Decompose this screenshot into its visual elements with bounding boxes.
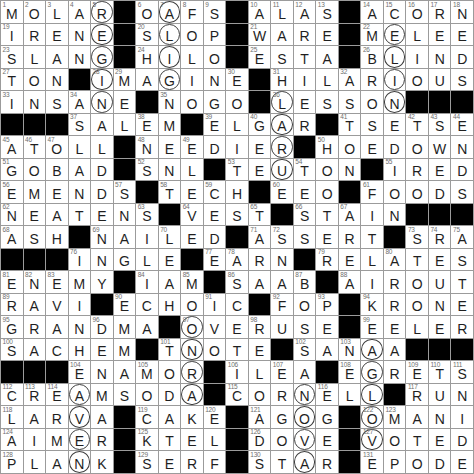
grid-cell[interactable]: H xyxy=(69,339,91,361)
grid-cell[interactable]: T xyxy=(316,204,338,226)
grid-cell[interactable]: O xyxy=(181,91,203,113)
grid-cell[interactable]: O xyxy=(159,361,181,383)
grid-cell[interactable]: O xyxy=(271,429,293,451)
grid-cell[interactable]: N xyxy=(451,136,473,158)
grid-cell[interactable]: N xyxy=(24,91,46,113)
grid-cell[interactable]: E xyxy=(384,24,406,46)
grid-cell[interactable]: E xyxy=(316,226,338,248)
grid-cell[interactable]: 71A xyxy=(249,226,271,248)
grid-cell[interactable]: N xyxy=(181,339,203,361)
grid-cell[interactable]: K xyxy=(91,451,113,473)
grid-cell[interactable]: V xyxy=(204,316,226,338)
grid-cell[interactable]: G xyxy=(114,249,136,271)
grid-cell[interactable]: E xyxy=(46,181,68,203)
grid-cell[interactable]: E xyxy=(361,136,383,158)
grid-cell[interactable]: A xyxy=(24,406,46,428)
grid-cell[interactable]: A xyxy=(316,46,338,68)
grid-cell[interactable]: E xyxy=(429,249,451,271)
grid-cell[interactable]: 29M xyxy=(114,69,136,91)
grid-cell[interactable]: 16O xyxy=(406,1,428,23)
grid-cell[interactable]: D xyxy=(91,181,113,203)
grid-cell[interactable]: E xyxy=(294,181,316,203)
grid-cell[interactable]: U xyxy=(271,316,293,338)
grid-cell[interactable]: O xyxy=(181,294,203,316)
grid-cell[interactable]: N xyxy=(91,91,113,113)
grid-cell[interactable]: 112C xyxy=(1,384,23,406)
grid-cell[interactable]: R xyxy=(249,249,271,271)
grid-cell[interactable]: R xyxy=(181,361,203,383)
grid-cell[interactable]: G xyxy=(316,406,338,428)
grid-cell[interactable]: O xyxy=(249,384,271,406)
grid-cell[interactable]: M xyxy=(114,316,136,338)
grid-cell[interactable]: L xyxy=(249,361,271,383)
grid-cell[interactable]: 95G xyxy=(1,316,23,338)
grid-cell[interactable]: 57S xyxy=(114,181,136,203)
grid-cell[interactable]: 39E xyxy=(204,114,226,136)
grid-cell[interactable]: E xyxy=(204,204,226,226)
grid-cell[interactable]: 75A xyxy=(451,226,473,248)
grid-cell[interactable]: 41T xyxy=(339,114,361,136)
grid-cell[interactable]: S xyxy=(339,91,361,113)
grid-cell[interactable]: 35N xyxy=(159,91,181,113)
grid-cell[interactable]: 59C xyxy=(204,181,226,203)
grid-cell[interactable]: R xyxy=(294,114,316,136)
grid-cell[interactable]: V xyxy=(294,429,316,451)
grid-cell[interactable]: 107E xyxy=(271,361,293,383)
grid-cell[interactable]: R xyxy=(181,451,203,473)
grid-cell[interactable]: A xyxy=(361,339,383,361)
grid-cell[interactable]: R xyxy=(384,271,406,293)
grid-cell[interactable]: L xyxy=(24,451,46,473)
grid-cell[interactable]: S xyxy=(316,91,338,113)
grid-cell[interactable]: 114E xyxy=(46,384,68,406)
grid-cell[interactable]: D xyxy=(159,384,181,406)
grid-cell[interactable]: 22M xyxy=(361,24,383,46)
grid-cell[interactable]: T xyxy=(226,339,248,361)
grid-cell[interactable]: E xyxy=(451,24,473,46)
grid-cell[interactable]: 30E xyxy=(226,69,248,91)
grid-cell[interactable]: I xyxy=(294,69,316,91)
grid-cell[interactable]: Y xyxy=(91,271,113,293)
grid-cell[interactable]: 51G xyxy=(1,159,23,181)
grid-cell[interactable]: 111S xyxy=(451,361,473,383)
grid-cell[interactable]: N xyxy=(271,249,293,271)
grid-cell[interactable]: O xyxy=(384,429,406,451)
grid-cell[interactable]: 128P xyxy=(1,451,23,473)
grid-cell[interactable]: V xyxy=(69,406,91,428)
grid-cell[interactable]: E xyxy=(249,339,271,361)
grid-cell[interactable]: A xyxy=(181,384,203,406)
grid-cell[interactable]: E xyxy=(181,429,203,451)
grid-cell[interactable]: O xyxy=(204,46,226,68)
grid-cell[interactable]: A xyxy=(46,204,68,226)
grid-cell[interactable]: E xyxy=(316,24,338,46)
grid-cell[interactable]: D xyxy=(384,136,406,158)
grid-cell[interactable]: R xyxy=(339,226,361,248)
grid-cell[interactable]: M xyxy=(159,114,181,136)
grid-cell[interactable]: 113R xyxy=(24,384,46,406)
grid-cell[interactable]: E xyxy=(429,316,451,338)
grid-cell[interactable]: 15C xyxy=(384,1,406,23)
grid-cell[interactable]: C xyxy=(46,339,68,361)
grid-cell[interactable]: R xyxy=(294,24,316,46)
grid-cell[interactable]: S xyxy=(114,384,136,406)
grid-cell[interactable]: 33I xyxy=(1,91,23,113)
grid-cell[interactable]: U xyxy=(429,384,451,406)
grid-cell[interactable]: D xyxy=(204,226,226,248)
grid-cell[interactable]: 76I xyxy=(69,249,91,271)
grid-cell[interactable]: 73S xyxy=(406,226,428,248)
grid-cell[interactable]: L xyxy=(361,384,383,406)
grid-cell[interactable]: 79R xyxy=(316,249,338,271)
grid-cell[interactable]: A xyxy=(91,114,113,136)
grid-cell[interactable]: 62N xyxy=(1,204,23,226)
grid-cell[interactable]: A xyxy=(24,339,46,361)
grid-cell[interactable]: 85M xyxy=(181,271,203,293)
grid-cell[interactable]: 125K xyxy=(136,429,158,451)
grid-cell[interactable]: R xyxy=(271,136,293,158)
grid-cell[interactable]: S xyxy=(46,91,68,113)
grid-cell[interactable]: S xyxy=(451,249,473,271)
grid-cell[interactable]: E xyxy=(91,339,113,361)
grid-cell[interactable]: 32A xyxy=(339,69,361,91)
grid-cell[interactable]: 42T xyxy=(406,114,428,136)
grid-cell[interactable]: U xyxy=(271,159,293,181)
grid-cell[interactable]: 122O xyxy=(361,406,383,428)
grid-cell[interactable]: 115C xyxy=(226,384,248,406)
grid-cell[interactable]: M xyxy=(114,339,136,361)
grid-cell[interactable]: E xyxy=(91,24,113,46)
grid-cell[interactable]: N xyxy=(159,159,181,181)
grid-cell[interactable]: G xyxy=(159,69,181,91)
grid-cell[interactable]: 77E xyxy=(204,249,226,271)
grid-cell[interactable]: 63S xyxy=(136,204,158,226)
grid-cell[interactable]: 93P xyxy=(316,294,338,316)
grid-cell[interactable]: A xyxy=(384,339,406,361)
grid-cell[interactable]: N xyxy=(69,181,91,203)
grid-cell[interactable]: 130S xyxy=(249,451,271,473)
grid-cell[interactable]: T xyxy=(406,249,428,271)
grid-cell[interactable]: 106I xyxy=(226,361,248,383)
grid-cell[interactable]: E xyxy=(249,159,271,181)
grid-cell[interactable]: 43S xyxy=(429,114,451,136)
grid-cell[interactable]: E xyxy=(339,249,361,271)
grid-cell[interactable]: U xyxy=(429,271,451,293)
grid-cell[interactable]: H xyxy=(159,294,181,316)
grid-cell[interactable]: 45A xyxy=(1,136,23,158)
grid-cell[interactable]: I xyxy=(69,294,91,316)
grid-cell[interactable]: L xyxy=(181,46,203,68)
grid-cell[interactable]: 4A xyxy=(69,1,91,23)
grid-cell[interactable]: 119C xyxy=(136,406,158,428)
grid-cell[interactable]: O xyxy=(294,294,316,316)
grid-cell[interactable]: I xyxy=(24,429,46,451)
grid-cell[interactable]: R xyxy=(91,429,113,451)
grid-cell[interactable]: E xyxy=(451,451,473,473)
grid-cell[interactable]: 109E xyxy=(406,361,428,383)
grid-cell[interactable]: O xyxy=(406,136,428,158)
grid-cell[interactable]: L xyxy=(91,136,113,158)
grid-cell[interactable]: L xyxy=(24,46,46,68)
grid-cell[interactable]: L xyxy=(339,384,361,406)
grid-cell[interactable]: 99E xyxy=(361,316,383,338)
grid-cell[interactable]: 2O xyxy=(24,1,46,23)
grid-cell[interactable]: 9S xyxy=(204,1,226,23)
grid-cell[interactable]: L xyxy=(69,136,91,158)
grid-cell[interactable]: I xyxy=(361,204,383,226)
grid-cell[interactable]: I xyxy=(226,136,248,158)
grid-cell[interactable]: 124A xyxy=(1,429,23,451)
grid-cell[interactable]: 103N xyxy=(339,339,361,361)
grid-cell[interactable]: O xyxy=(406,451,428,473)
grid-cell[interactable]: 54T xyxy=(294,159,316,181)
grid-cell[interactable]: T xyxy=(294,46,316,68)
grid-cell[interactable]: 27T xyxy=(1,69,23,91)
grid-cell[interactable]: 64V xyxy=(181,204,203,226)
grid-cell[interactable]: T xyxy=(69,204,91,226)
grid-cell[interactable]: N xyxy=(69,24,91,46)
grid-cell[interactable]: 86S xyxy=(226,271,248,293)
grid-cell[interactable]: O xyxy=(406,271,428,293)
grid-cell[interactable]: A xyxy=(24,294,46,316)
grid-cell[interactable]: M xyxy=(69,271,91,293)
grid-cell[interactable]: L xyxy=(316,69,338,91)
grid-cell[interactable]: 117R xyxy=(406,384,428,406)
grid-cell[interactable]: N xyxy=(91,249,113,271)
grid-cell[interactable]: 52S xyxy=(136,159,158,181)
grid-cell[interactable]: 46T xyxy=(24,136,46,158)
grid-cell[interactable]: 34A xyxy=(69,91,91,113)
grid-cell[interactable]: A xyxy=(136,69,158,91)
grid-cell[interactable]: E xyxy=(294,91,316,113)
grid-cell[interactable]: 101T xyxy=(159,339,181,361)
grid-cell[interactable]: I xyxy=(384,69,406,91)
grid-cell[interactable]: A xyxy=(136,316,158,338)
grid-cell[interactable]: 74R xyxy=(429,226,451,248)
grid-cell[interactable]: N xyxy=(384,91,406,113)
grid-cell[interactable]: F xyxy=(204,451,226,473)
grid-cell[interactable]: R xyxy=(384,361,406,383)
grid-cell[interactable]: E xyxy=(181,181,203,203)
grid-cell[interactable]: V xyxy=(46,294,68,316)
grid-cell[interactable]: E xyxy=(91,204,113,226)
grid-cell[interactable]: E xyxy=(384,316,406,338)
grid-cell[interactable]: 36L xyxy=(271,91,293,113)
grid-cell[interactable]: 100S xyxy=(1,339,23,361)
grid-cell[interactable]: 102S xyxy=(294,339,316,361)
grid-cell[interactable]: E xyxy=(24,204,46,226)
grid-cell[interactable]: 25E xyxy=(249,46,271,68)
grid-cell[interactable]: N xyxy=(429,46,451,68)
grid-cell[interactable]: 13S xyxy=(316,1,338,23)
grid-cell[interactable]: D xyxy=(451,429,473,451)
grid-cell[interactable]: 23S xyxy=(1,46,23,68)
grid-cell[interactable]: 116E xyxy=(316,384,338,406)
grid-cell[interactable]: 65T xyxy=(249,204,271,226)
grid-cell[interactable]: 20S xyxy=(136,24,158,46)
grid-cell[interactable]: H xyxy=(226,181,248,203)
grid-cell[interactable]: I xyxy=(159,46,181,68)
grid-cell[interactable]: 6O xyxy=(136,1,158,23)
grid-cell[interactable]: S xyxy=(451,69,473,91)
grid-cell[interactable]: R xyxy=(46,406,68,428)
grid-cell[interactable]: A xyxy=(46,46,68,68)
grid-cell[interactable]: L xyxy=(406,24,428,46)
grid-cell[interactable]: 8F xyxy=(181,1,203,23)
grid-cell[interactable]: O xyxy=(136,384,158,406)
grid-cell[interactable]: S xyxy=(271,46,293,68)
grid-cell[interactable]: 7A xyxy=(159,1,181,23)
grid-cell[interactable]: R xyxy=(361,69,383,91)
grid-cell[interactable]: L xyxy=(361,249,383,271)
grid-cell[interactable]: 26B xyxy=(361,46,383,68)
grid-cell[interactable]: R xyxy=(406,159,428,181)
grid-cell[interactable]: 3L xyxy=(46,1,68,23)
grid-cell[interactable]: O xyxy=(24,159,46,181)
grid-cell[interactable]: N xyxy=(204,69,226,91)
grid-cell[interactable]: 49E xyxy=(181,136,203,158)
grid-cell[interactable]: A xyxy=(69,384,91,406)
grid-cell[interactable]: 98R xyxy=(249,316,271,338)
grid-cell[interactable]: T xyxy=(361,226,383,248)
grid-cell[interactable]: 37S xyxy=(69,114,91,136)
grid-cell[interactable]: 97O xyxy=(181,316,203,338)
grid-cell[interactable]: E xyxy=(249,136,271,158)
grid-cell[interactable]: E xyxy=(181,226,203,248)
grid-cell[interactable]: 53T xyxy=(226,159,248,181)
grid-cell[interactable]: 55I xyxy=(384,159,406,181)
grid-cell[interactable]: E xyxy=(429,159,451,181)
grid-cell[interactable]: 38E xyxy=(136,114,158,136)
grid-cell[interactable]: A xyxy=(249,271,271,293)
grid-cell[interactable]: O xyxy=(384,181,406,203)
grid-cell[interactable]: 70L xyxy=(159,226,181,248)
grid-cell[interactable]: 68A xyxy=(1,226,23,248)
grid-cell[interactable]: N xyxy=(114,204,136,226)
grid-cell[interactable]: N xyxy=(69,316,91,338)
grid-cell[interactable]: 44E xyxy=(451,114,473,136)
grid-cell[interactable]: O xyxy=(24,69,46,91)
grid-cell[interactable]: 91I xyxy=(204,294,226,316)
grid-cell[interactable]: R xyxy=(451,316,473,338)
grid-cell[interactable]: I xyxy=(451,406,473,428)
grid-cell[interactable]: 123M xyxy=(384,406,406,428)
grid-cell[interactable]: P xyxy=(204,24,226,46)
grid-cell[interactable]: 83E xyxy=(46,271,68,293)
grid-cell[interactable]: I xyxy=(406,46,428,68)
grid-cell[interactable]: P xyxy=(384,451,406,473)
grid-cell[interactable]: D xyxy=(429,181,451,203)
grid-cell[interactable]: E xyxy=(384,114,406,136)
grid-cell[interactable]: U xyxy=(429,69,451,91)
grid-cell[interactable]: K xyxy=(181,406,203,428)
grid-cell[interactable]: L xyxy=(159,24,181,46)
grid-cell[interactable]: A xyxy=(271,271,293,293)
grid-cell[interactable]: E xyxy=(429,24,451,46)
grid-cell[interactable]: E xyxy=(429,429,451,451)
grid-cell[interactable]: 96D xyxy=(91,316,113,338)
grid-cell[interactable]: S xyxy=(226,204,248,226)
grid-cell[interactable]: 110T xyxy=(429,361,451,383)
grid-cell[interactable]: 126D xyxy=(249,429,271,451)
grid-cell[interactable]: C xyxy=(136,294,158,316)
grid-cell[interactable]: T xyxy=(271,451,293,473)
grid-cell[interactable]: 67A xyxy=(339,204,361,226)
grid-cell[interactable]: D xyxy=(451,159,473,181)
grid-cell[interactable]: 10A xyxy=(249,1,271,23)
grid-cell[interactable]: 84I xyxy=(136,271,158,293)
grid-cell[interactable]: E xyxy=(69,429,91,451)
grid-cell[interactable]: S xyxy=(294,226,316,248)
grid-cell[interactable]: B xyxy=(46,159,68,181)
grid-cell[interactable]: S xyxy=(24,226,46,248)
grid-cell[interactable]: T xyxy=(159,429,181,451)
grid-cell[interactable]: G xyxy=(271,406,293,428)
grid-cell[interactable]: E xyxy=(159,249,181,271)
grid-cell[interactable]: T xyxy=(406,429,428,451)
grid-cell[interactable]: G xyxy=(361,361,383,383)
grid-cell[interactable]: L xyxy=(384,46,406,68)
grid-cell[interactable]: S xyxy=(361,114,383,136)
grid-cell[interactable]: L xyxy=(114,114,136,136)
grid-cell[interactable]: 78A xyxy=(226,249,248,271)
grid-cell[interactable]: 60E xyxy=(271,181,293,203)
grid-cell[interactable]: N xyxy=(294,384,316,406)
grid-cell[interactable]: 61F xyxy=(361,181,383,203)
grid-cell[interactable]: 89R xyxy=(1,294,23,316)
grid-cell[interactable]: S xyxy=(451,181,473,203)
grid-cell[interactable]: 94K xyxy=(361,294,383,316)
grid-cell[interactable]: O xyxy=(361,91,383,113)
grid-cell[interactable]: N xyxy=(451,384,473,406)
grid-cell[interactable]: 21W xyxy=(249,24,271,46)
grid-cell[interactable]: I xyxy=(361,271,383,293)
grid-cell[interactable]: E xyxy=(316,316,338,338)
grid-cell[interactable]: S xyxy=(294,316,316,338)
grid-cell[interactable]: I xyxy=(136,226,158,248)
grid-cell[interactable]: L xyxy=(204,429,226,451)
grid-cell[interactable]: G xyxy=(204,91,226,113)
grid-cell[interactable]: 28I xyxy=(91,69,113,91)
grid-cell[interactable]: 1M xyxy=(1,1,23,23)
grid-cell[interactable]: 5R xyxy=(91,1,113,23)
grid-cell[interactable]: G xyxy=(91,46,113,68)
grid-cell[interactable]: L xyxy=(226,114,248,136)
grid-cell[interactable]: E xyxy=(226,316,248,338)
grid-cell[interactable]: N xyxy=(69,46,91,68)
grid-cell[interactable]: N xyxy=(339,159,361,181)
grid-cell[interactable]: O xyxy=(204,339,226,361)
grid-cell[interactable]: 87B xyxy=(294,271,316,293)
grid-cell[interactable]: N xyxy=(69,451,91,473)
grid-cell[interactable]: 131E xyxy=(361,451,383,473)
grid-cell[interactable]: R xyxy=(24,316,46,338)
grid-cell[interactable]: 127V xyxy=(361,429,383,451)
grid-cell[interactable]: O xyxy=(406,294,428,316)
grid-cell[interactable]: O xyxy=(294,406,316,428)
grid-cell[interactable]: 92F xyxy=(271,294,293,316)
grid-cell[interactable]: 48N xyxy=(136,136,158,158)
grid-cell[interactable]: E xyxy=(316,429,338,451)
grid-cell[interactable]: A xyxy=(159,406,181,428)
grid-cell[interactable]: A xyxy=(406,406,428,428)
grid-cell[interactable]: R xyxy=(316,451,338,473)
grid-cell[interactable]: A xyxy=(46,316,68,338)
grid-cell[interactable]: D xyxy=(204,136,226,158)
grid-cell[interactable]: O xyxy=(316,159,338,181)
grid-cell[interactable]: O xyxy=(339,136,361,158)
grid-cell[interactable]: D xyxy=(451,46,473,68)
